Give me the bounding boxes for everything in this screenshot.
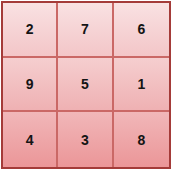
cell-r2c1: 3 <box>58 112 113 167</box>
cell-r0c0: 2 <box>3 3 58 58</box>
cell-r0c1: 7 <box>58 3 113 58</box>
cell-r0c2: 6 <box>114 3 169 58</box>
magic-square-board: 2 7 6 9 5 1 4 3 8 <box>1 1 171 169</box>
cell-r1c2: 1 <box>114 58 169 113</box>
cell-r1c0: 9 <box>3 58 58 113</box>
cell-r1c1: 5 <box>58 58 113 113</box>
cell-r2c0: 4 <box>3 112 58 167</box>
cell-r2c2: 8 <box>114 112 169 167</box>
